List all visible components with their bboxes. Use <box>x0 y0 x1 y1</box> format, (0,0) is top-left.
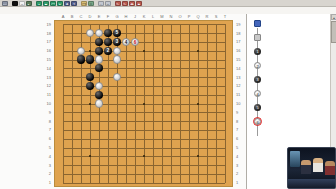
stone-black-E11 <box>95 91 103 99</box>
move-number-4: 4 <box>123 39 129 45</box>
tree-node-move-5[interactable]: 5 <box>254 104 261 111</box>
pen-tool-icon[interactable]: ✎ <box>115 1 121 6</box>
coord-label-left: 8 <box>40 119 51 124</box>
video-participant <box>325 161 335 175</box>
coord-label-top: G <box>114 14 120 19</box>
coord-label-left: 1 <box>40 180 51 185</box>
coord-label-left: 5 <box>40 145 51 150</box>
star-point <box>89 103 91 105</box>
coord-label-top: R <box>204 14 210 19</box>
zoom-out-icon[interactable]: − <box>105 1 111 6</box>
coord-label-right: 19 <box>236 22 246 27</box>
coord-label-left: 16 <box>40 48 51 53</box>
toolbar-row-2: ▻●○◐▲■◯✕A1❏≡+−✎✎❖✦ <box>0 0 336 7</box>
coord-label-right: 11 <box>236 92 246 97</box>
tree-node-move-2[interactable]: 2 <box>254 62 261 69</box>
triangle-mark-icon[interactable]: ▲ <box>36 1 42 6</box>
coord-label-left: 18 <box>40 31 51 36</box>
video-participant <box>313 158 323 172</box>
coord-label-left: 4 <box>40 154 51 159</box>
coord-label-left: 17 <box>40 39 51 44</box>
star-point <box>143 50 145 52</box>
highlight-tool-icon[interactable]: ✦ <box>136 1 142 6</box>
grid-line-vertical <box>216 24 217 182</box>
coord-label-left: 9 <box>40 110 51 115</box>
grid-line-horizontal <box>63 112 225 113</box>
video-participant <box>301 160 311 174</box>
grid-line-horizontal <box>63 121 225 122</box>
game-tree[interactable]: 123456 <box>251 20 311 150</box>
stone-white-C16 <box>77 47 85 55</box>
shape-tool-icon[interactable]: ❖ <box>129 1 135 6</box>
video-call-overlay[interactable] <box>287 147 336 189</box>
coord-label-right: 13 <box>236 75 246 80</box>
coord-label-top: D <box>87 14 93 19</box>
coord-label-right: 12 <box>236 83 246 88</box>
cross-mark-icon[interactable]: ✕ <box>57 1 63 6</box>
star-point <box>197 103 199 105</box>
tree-node-move-4[interactable]: 4 <box>254 90 261 97</box>
black-stone-tool-icon[interactable]: ● <box>12 1 18 6</box>
coord-label-top: L <box>150 14 156 19</box>
grid-line-vertical <box>162 24 163 182</box>
coord-label-left: 19 <box>40 22 51 27</box>
scrollbar-thumb[interactable] <box>331 21 336 43</box>
coord-label-top: B <box>69 14 75 19</box>
tree-node-root[interactable] <box>254 20 261 27</box>
letter-label-icon[interactable]: A <box>64 1 70 6</box>
coord-label-right: 16 <box>236 48 246 53</box>
coord-label-left: 13 <box>40 75 51 80</box>
star-point <box>197 50 199 52</box>
stone-black-D15 <box>86 55 94 63</box>
move-number-3: 3 <box>113 38 121 46</box>
video-screen-glare <box>290 151 300 167</box>
coord-label-top: S <box>213 14 219 19</box>
grid-line-horizontal <box>63 139 225 140</box>
move-number-6: 6 <box>132 39 138 45</box>
move-number-2: 2 <box>104 47 112 55</box>
coord-label-right: 18 <box>236 31 246 36</box>
pointer-tool-icon[interactable]: ▻ <box>2 1 8 6</box>
coord-label-left: 11 <box>40 92 51 97</box>
coord-label-right: 2 <box>236 171 246 176</box>
move-number-5: 5 <box>113 29 121 37</box>
coord-label-top: Q <box>195 14 201 19</box>
grid-line-vertical <box>189 24 190 182</box>
coord-label-left: 14 <box>40 66 51 71</box>
coord-label-right: 1 <box>236 180 246 185</box>
grid-line-vertical <box>207 24 208 182</box>
stone-black-F16: 2 <box>104 47 112 55</box>
stone-white-G15 <box>113 55 121 63</box>
grid-line-horizontal <box>63 130 225 131</box>
coord-label-top: T <box>222 14 228 19</box>
coord-label-right: 10 <box>236 101 246 106</box>
grid-line-horizontal <box>63 183 225 184</box>
coord-label-right: 4 <box>236 154 246 159</box>
star-point <box>143 103 145 105</box>
board-pane: ABCDEFGHJKLMNOPQRST191918181717161615151… <box>0 14 246 189</box>
white-stone-tool-icon[interactable]: ○ <box>19 1 25 6</box>
coord-label-left: 12 <box>40 83 51 88</box>
coord-label-top: K <box>141 14 147 19</box>
coord-label-top: H <box>123 14 129 19</box>
coord-label-top: F <box>105 14 111 19</box>
coord-label-right: 17 <box>236 39 246 44</box>
coord-label-right: 7 <box>236 127 246 132</box>
tree-node-setup[interactable] <box>254 34 261 41</box>
grid-line-horizontal <box>63 165 225 166</box>
comment-icon[interactable]: ❏ <box>81 1 87 6</box>
circle-mark-icon[interactable]: ◯ <box>50 1 56 6</box>
grid-line-vertical <box>153 24 154 182</box>
tree-node-move-1[interactable]: 1 <box>254 48 261 55</box>
stone-black-G17: 3 <box>113 38 121 46</box>
coord-label-right: 15 <box>236 57 246 62</box>
coord-label-top: P <box>186 14 192 19</box>
coord-label-left: 10 <box>40 101 51 106</box>
stone-white-E15 <box>95 55 103 63</box>
zoom-in-icon[interactable]: + <box>98 1 104 6</box>
stone-white-H17: 4 <box>122 38 130 46</box>
stone-black-E16 <box>95 47 103 55</box>
video-table <box>288 179 336 188</box>
tree-view-icon[interactable]: ≡ <box>88 1 94 6</box>
square-mark-icon[interactable]: ■ <box>43 1 49 6</box>
tree-node-move-6[interactable]: 6 <box>254 118 261 125</box>
grid-line-vertical <box>171 24 172 182</box>
coord-label-top: O <box>177 14 183 19</box>
coord-label-right: 9 <box>236 110 246 115</box>
coord-label-left: 2 <box>40 171 51 176</box>
alternate-move-tool-icon[interactable]: ◐ <box>26 1 32 6</box>
star-point <box>89 50 91 52</box>
coord-label-top: C <box>78 14 84 19</box>
stone-black-C15 <box>77 55 85 63</box>
stone-white-J17: 6 <box>131 38 139 46</box>
coord-label-top: M <box>159 14 165 19</box>
grid-line-vertical <box>225 24 226 182</box>
coord-label-right: 3 <box>236 163 246 168</box>
brush-tool-icon[interactable]: ✎ <box>122 1 128 6</box>
coord-label-right: 6 <box>236 136 246 141</box>
coord-label-top: A <box>60 14 66 19</box>
scroll-up-icon[interactable]: ▲ <box>331 14 336 20</box>
coord-label-left: 7 <box>40 127 51 132</box>
coord-label-right: 14 <box>236 66 246 71</box>
coord-label-left: 15 <box>40 57 51 62</box>
coord-label-top: E <box>96 14 102 19</box>
stone-white-G16 <box>113 47 121 55</box>
grid-line-vertical <box>180 24 181 182</box>
grid-line-horizontal <box>63 148 225 149</box>
coord-label-top: J <box>132 14 138 19</box>
tree-node-move-3[interactable]: 3 <box>254 76 261 83</box>
coord-label-right: 8 <box>236 119 246 124</box>
coord-label-right: 5 <box>236 145 246 150</box>
coord-label-left: 3 <box>40 163 51 168</box>
stone-white-E10 <box>95 99 103 107</box>
coord-label-top: N <box>168 14 174 19</box>
stone-black-G18: 5 <box>113 29 121 37</box>
grid-line-horizontal <box>63 174 225 175</box>
number-label-icon[interactable]: 1 <box>71 1 77 6</box>
coord-label-left: 6 <box>40 136 51 141</box>
